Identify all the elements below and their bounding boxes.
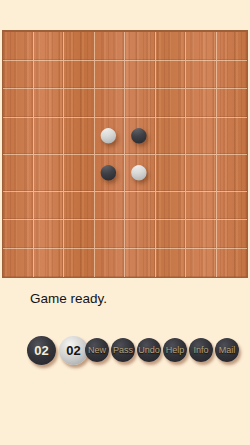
pass-button[interactable]: Pass [111,338,135,362]
cell-a3[interactable] [3,89,34,118]
piece-black: ● [128,116,150,152]
cell-c4[interactable] [64,118,95,155]
cell-d5[interactable]: ● [95,155,126,192]
cell-g3[interactable] [186,89,217,118]
cell-h5[interactable] [217,155,248,192]
black-score-disc: 02 [27,336,56,365]
cell-b5[interactable] [34,155,65,192]
cell-f7[interactable] [156,220,187,249]
cell-h7[interactable] [217,220,248,249]
cell-e6[interactable] [125,192,156,221]
cell-a7[interactable] [3,220,34,249]
black-score-value: 02 [34,343,48,358]
cell-f4[interactable] [156,118,187,155]
cell-a1[interactable] [3,32,34,61]
new-button[interactable]: New [85,338,109,362]
cell-e5[interactable]: ● [125,155,156,192]
cell-a6[interactable] [3,192,34,221]
cell-d8[interactable] [95,249,126,278]
cell-b4[interactable] [34,118,65,155]
cell-g2[interactable] [186,61,217,90]
cell-b2[interactable] [34,61,65,90]
mail-button[interactable]: Mail [215,338,239,362]
cell-d2[interactable] [95,61,126,90]
cell-g5[interactable] [186,155,217,192]
piece-white: ● [128,153,150,189]
undo-button[interactable]: Undo [137,338,161,362]
cell-f5[interactable] [156,155,187,192]
help-button-label: Help [166,345,185,355]
board: ●●●● [2,30,248,278]
cell-f3[interactable] [156,89,187,118]
info-button-label: Info [193,345,208,355]
piece-black: ● [97,153,119,189]
cell-h4[interactable] [217,118,248,155]
cell-e1[interactable] [125,32,156,61]
cell-c6[interactable] [64,192,95,221]
cell-g6[interactable] [186,192,217,221]
cell-a4[interactable] [3,118,34,155]
cell-a8[interactable] [3,249,34,278]
cell-g8[interactable] [186,249,217,278]
mail-button-label: Mail [219,345,236,355]
piece-white: ● [97,116,119,152]
cell-g4[interactable] [186,118,217,155]
cell-h1[interactable] [217,32,248,61]
pass-button-label: Pass [113,345,133,355]
cell-d1[interactable] [95,32,126,61]
status-message: Game ready. [30,291,107,306]
cell-c1[interactable] [64,32,95,61]
cell-g1[interactable] [186,32,217,61]
cell-e2[interactable] [125,61,156,90]
cell-f2[interactable] [156,61,187,90]
info-button[interactable]: Info [189,338,213,362]
cell-c2[interactable] [64,61,95,90]
cell-e7[interactable] [125,220,156,249]
cell-g7[interactable] [186,220,217,249]
cell-b6[interactable] [34,192,65,221]
new-button-label: New [88,345,106,355]
cell-f8[interactable] [156,249,187,278]
cell-c5[interactable] [64,155,95,192]
othello-app: ●●●● Game ready. 02 02 NewPassUndoHelpIn… [0,0,250,445]
cell-b3[interactable] [34,89,65,118]
cell-h6[interactable] [217,192,248,221]
cell-d7[interactable] [95,220,126,249]
cell-a5[interactable] [3,155,34,192]
cell-f1[interactable] [156,32,187,61]
cell-b7[interactable] [34,220,65,249]
white-score-disc: 02 [59,336,88,365]
cell-h8[interactable] [217,249,248,278]
cell-b1[interactable] [34,32,65,61]
cell-c8[interactable] [64,249,95,278]
cell-h3[interactable] [217,89,248,118]
cell-c7[interactable] [64,220,95,249]
cell-e8[interactable] [125,249,156,278]
cell-a2[interactable] [3,61,34,90]
cell-d6[interactable] [95,192,126,221]
undo-button-label: Undo [138,345,160,355]
cell-b8[interactable] [34,249,65,278]
cell-f6[interactable] [156,192,187,221]
white-score-value: 02 [66,343,80,358]
cell-c3[interactable] [64,89,95,118]
cell-h2[interactable] [217,61,248,90]
help-button[interactable]: Help [163,338,187,362]
